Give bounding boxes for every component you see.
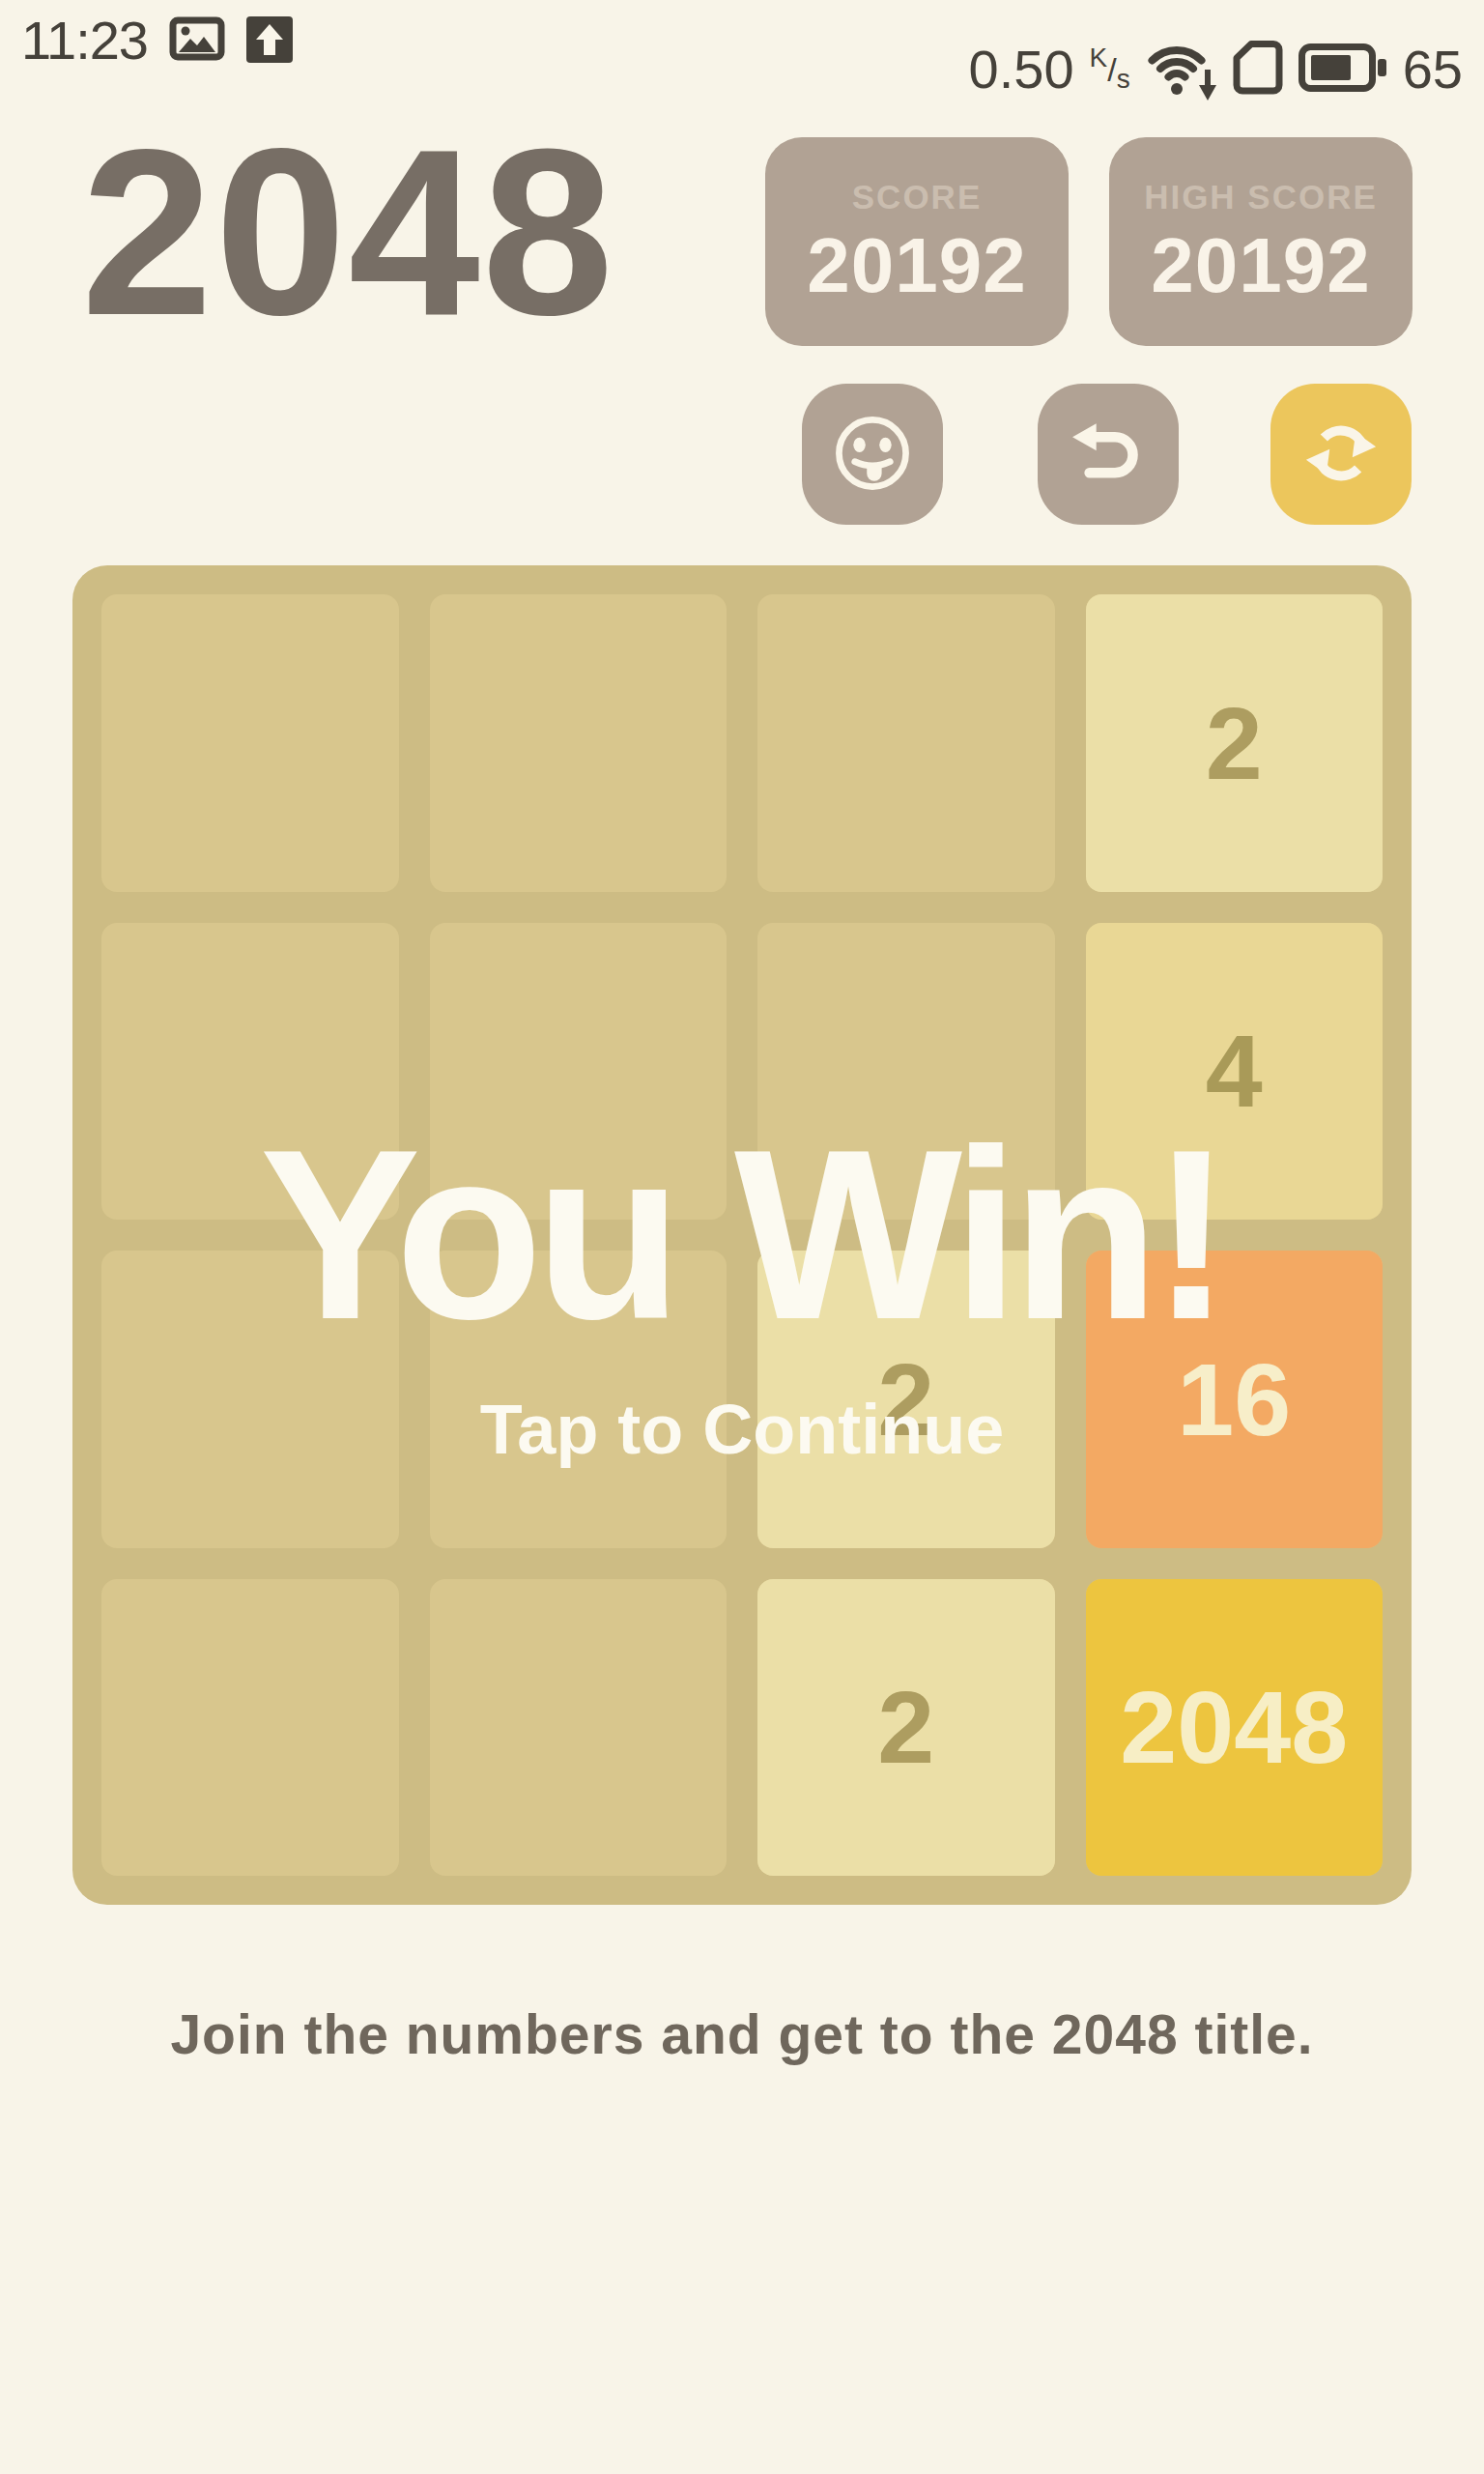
tongue-face-icon bbox=[826, 407, 919, 503]
cell-r4c4: 2048 bbox=[1086, 1579, 1384, 1877]
cell-r4c1 bbox=[101, 1579, 399, 1877]
cell-r1c1 bbox=[101, 594, 399, 892]
high-score-value: 20192 bbox=[1151, 227, 1370, 304]
board-grid: 2421622048 bbox=[101, 594, 1383, 1876]
cell-r1c3 bbox=[757, 594, 1055, 892]
screen: 11:23 0.50 K/s bbox=[0, 0, 1484, 2474]
battery-icon bbox=[1298, 41, 1387, 99]
new-game-button[interactable] bbox=[1270, 384, 1412, 525]
tile-2: 2 bbox=[757, 1579, 1055, 1877]
score-label: SCORE bbox=[852, 180, 982, 214]
app-title: 2048 bbox=[81, 114, 615, 351]
cell-r4c2 bbox=[430, 1579, 728, 1877]
cell-r2c2 bbox=[430, 923, 728, 1221]
image-icon bbox=[169, 16, 225, 65]
score-value: 20192 bbox=[807, 227, 1026, 304]
cell-r3c1 bbox=[101, 1251, 399, 1548]
battery-percent: 65 bbox=[1403, 43, 1463, 97]
undo-button[interactable] bbox=[1038, 384, 1179, 525]
footer-instruction: Join the numbers and get to the 2048 tit… bbox=[0, 2002, 1484, 2066]
status-time: 11:23 bbox=[21, 14, 148, 68]
tile-16: 16 bbox=[1086, 1251, 1384, 1548]
cell-r1c2 bbox=[430, 594, 728, 892]
tile-4: 4 bbox=[1086, 923, 1384, 1221]
cell-r2c4: 4 bbox=[1086, 923, 1384, 1221]
tap-to-continue[interactable]: Tap to Continue bbox=[480, 1395, 1005, 1464]
status-bar-right: 0.50 K/s bbox=[969, 0, 1463, 106]
status-bar-left: 11:23 bbox=[21, 0, 293, 106]
sim-icon bbox=[1233, 40, 1283, 100]
tile-2048: 2048 bbox=[1086, 1579, 1384, 1877]
network-speed-unit: K/s bbox=[1090, 55, 1130, 84]
refresh-icon bbox=[1300, 413, 1382, 497]
upload-icon bbox=[246, 16, 293, 67]
high-score-box: HIGH SCORE 20192 bbox=[1109, 137, 1413, 346]
cell-r3c4: 16 bbox=[1086, 1251, 1384, 1548]
undo-icon bbox=[1066, 415, 1151, 495]
cell-r2c1 bbox=[101, 923, 399, 1221]
wifi-icon bbox=[1146, 31, 1217, 108]
cell-r1c4: 2 bbox=[1086, 594, 1384, 892]
cell-r4c3: 2 bbox=[757, 1579, 1055, 1877]
network-speed: 0.50 bbox=[969, 43, 1074, 97]
cell-r2c3 bbox=[757, 923, 1055, 1221]
status-bar: 11:23 0.50 K/s bbox=[0, 0, 1484, 106]
emoji-button[interactable] bbox=[802, 384, 943, 525]
score-box: SCORE 20192 bbox=[765, 137, 1069, 346]
tile-2: 2 bbox=[1086, 594, 1384, 892]
high-score-label: HIGH SCORE bbox=[1144, 180, 1378, 214]
game-board[interactable]: 2421622048 You Win! Tap to Continue bbox=[72, 565, 1412, 1905]
